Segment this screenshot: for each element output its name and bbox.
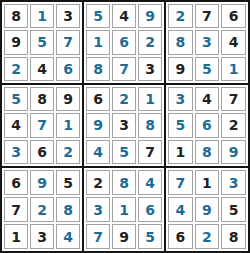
box-3-1: 695728134 bbox=[2, 168, 84, 251]
cell-r5c4[interactable]: 9 bbox=[86, 113, 110, 137]
box-1-1: 813957246 bbox=[2, 2, 84, 85]
cell-r6c6[interactable]: 7 bbox=[138, 140, 162, 164]
cell-r7c6[interactable]: 4 bbox=[138, 170, 162, 195]
cell-r5c2[interactable]: 7 bbox=[30, 113, 54, 137]
cell-r1c6[interactable]: 9 bbox=[138, 4, 162, 28]
cell-r6c1[interactable]: 3 bbox=[4, 140, 28, 164]
cell-r9c7[interactable]: 6 bbox=[168, 224, 193, 249]
cell-r3c9[interactable]: 1 bbox=[221, 57, 246, 81]
cell-r4c9[interactable]: 7 bbox=[221, 87, 246, 111]
cell-r2c2[interactable]: 5 bbox=[30, 30, 54, 54]
cell-r3c8[interactable]: 5 bbox=[195, 57, 220, 81]
cell-r2c5[interactable]: 6 bbox=[112, 30, 136, 54]
cell-r3c4[interactable]: 8 bbox=[86, 57, 110, 81]
cell-r5c3[interactable]: 1 bbox=[56, 113, 80, 137]
cell-r4c6[interactable]: 1 bbox=[138, 87, 162, 111]
cell-r7c7[interactable]: 7 bbox=[168, 170, 193, 195]
cell-r8c1[interactable]: 7 bbox=[4, 197, 28, 222]
box-3-3: 713495628 bbox=[166, 168, 248, 251]
cell-r1c7[interactable]: 2 bbox=[168, 4, 193, 28]
cell-r7c1[interactable]: 6 bbox=[4, 170, 28, 195]
cell-r2c6[interactable]: 2 bbox=[138, 30, 162, 54]
cell-r5c5[interactable]: 3 bbox=[112, 113, 136, 137]
cell-r5c1[interactable]: 4 bbox=[4, 113, 28, 137]
cell-r9c3[interactable]: 4 bbox=[56, 224, 80, 249]
cell-r1c3[interactable]: 3 bbox=[56, 4, 80, 28]
cell-r6c8[interactable]: 8 bbox=[195, 140, 220, 164]
cell-r7c9[interactable]: 3 bbox=[221, 170, 246, 195]
sudoku-board: 8139572465491628732768349515894713626219… bbox=[0, 0, 250, 253]
cell-r3c6[interactable]: 3 bbox=[138, 57, 162, 81]
box-1-2: 549162873 bbox=[84, 2, 166, 85]
cell-r3c2[interactable]: 4 bbox=[30, 57, 54, 81]
box-2-1: 589471362 bbox=[2, 85, 84, 168]
cell-r8c9[interactable]: 5 bbox=[221, 197, 246, 222]
cell-r1c5[interactable]: 4 bbox=[112, 4, 136, 28]
cell-r4c2[interactable]: 8 bbox=[30, 87, 54, 111]
cell-r1c4[interactable]: 5 bbox=[86, 4, 110, 28]
cell-r7c4[interactable]: 2 bbox=[86, 170, 110, 195]
cell-r4c4[interactable]: 6 bbox=[86, 87, 110, 111]
cell-r2c3[interactable]: 7 bbox=[56, 30, 80, 54]
cell-r9c4[interactable]: 7 bbox=[86, 224, 110, 249]
cell-r2c9[interactable]: 4 bbox=[221, 30, 246, 54]
cell-r4c7[interactable]: 3 bbox=[168, 87, 193, 111]
cell-r7c8[interactable]: 1 bbox=[195, 170, 220, 195]
cell-r8c7[interactable]: 4 bbox=[168, 197, 193, 222]
cell-r9c5[interactable]: 9 bbox=[112, 224, 136, 249]
cell-r9c2[interactable]: 3 bbox=[30, 224, 54, 249]
cell-r4c5[interactable]: 2 bbox=[112, 87, 136, 111]
cell-r8c2[interactable]: 2 bbox=[30, 197, 54, 222]
cell-r1c2[interactable]: 1 bbox=[30, 4, 54, 28]
cell-r8c5[interactable]: 1 bbox=[112, 197, 136, 222]
cell-r3c7[interactable]: 9 bbox=[168, 57, 193, 81]
cell-r7c2[interactable]: 9 bbox=[30, 170, 54, 195]
cell-r1c8[interactable]: 7 bbox=[195, 4, 220, 28]
cell-r3c3[interactable]: 6 bbox=[56, 57, 80, 81]
cell-r9c9[interactable]: 8 bbox=[221, 224, 246, 249]
cell-r4c1[interactable]: 5 bbox=[4, 87, 28, 111]
cell-r8c8[interactable]: 9 bbox=[195, 197, 220, 222]
cell-r4c8[interactable]: 4 bbox=[195, 87, 220, 111]
box-2-2: 621938457 bbox=[84, 85, 166, 168]
cell-r3c5[interactable]: 7 bbox=[112, 57, 136, 81]
cell-r6c9[interactable]: 9 bbox=[221, 140, 246, 164]
cell-r2c7[interactable]: 8 bbox=[168, 30, 193, 54]
cell-r5c7[interactable]: 5 bbox=[168, 113, 193, 137]
cell-r1c9[interactable]: 6 bbox=[221, 4, 246, 28]
box-3-2: 284316795 bbox=[84, 168, 166, 251]
cell-r6c7[interactable]: 1 bbox=[168, 140, 193, 164]
box-1-3: 276834951 bbox=[166, 2, 248, 85]
cell-r9c6[interactable]: 5 bbox=[138, 224, 162, 249]
cell-r2c1[interactable]: 9 bbox=[4, 30, 28, 54]
cell-r9c8[interactable]: 2 bbox=[195, 224, 220, 249]
box-2-3: 347562189 bbox=[166, 85, 248, 168]
cell-r5c8[interactable]: 6 bbox=[195, 113, 220, 137]
cell-r9c1[interactable]: 1 bbox=[4, 224, 28, 249]
cell-r8c6[interactable]: 6 bbox=[138, 197, 162, 222]
cell-r8c3[interactable]: 8 bbox=[56, 197, 80, 222]
cell-r1c1[interactable]: 8 bbox=[4, 4, 28, 28]
cell-r2c8[interactable]: 3 bbox=[195, 30, 220, 54]
cell-r6c3[interactable]: 2 bbox=[56, 140, 80, 164]
cell-r5c6[interactable]: 8 bbox=[138, 113, 162, 137]
cell-r4c3[interactable]: 9 bbox=[56, 87, 80, 111]
cell-r2c4[interactable]: 1 bbox=[86, 30, 110, 54]
cell-r6c5[interactable]: 5 bbox=[112, 140, 136, 164]
cell-r6c2[interactable]: 6 bbox=[30, 140, 54, 164]
cell-r7c5[interactable]: 8 bbox=[112, 170, 136, 195]
cell-r7c3[interactable]: 5 bbox=[56, 170, 80, 195]
cell-r3c1[interactable]: 2 bbox=[4, 57, 28, 81]
cell-r8c4[interactable]: 3 bbox=[86, 197, 110, 222]
cell-r5c9[interactable]: 2 bbox=[221, 113, 246, 137]
cell-r6c4[interactable]: 4 bbox=[86, 140, 110, 164]
